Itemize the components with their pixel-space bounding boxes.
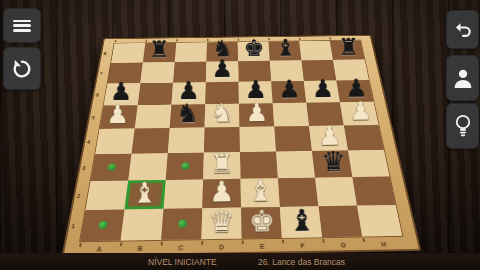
square-e8[interactable]: ♚	[238, 42, 270, 62]
square-e7[interactable]	[238, 61, 271, 82]
black-bishop-f1: ♝	[288, 206, 315, 236]
square-d2[interactable]: ♟	[202, 179, 241, 208]
square-e3[interactable]	[240, 151, 278, 178]
square-d5[interactable]: ♞	[205, 104, 240, 128]
white-king-e1: ♚	[248, 207, 275, 237]
status-bar: NÍVEL INICIANTE 26. Lance das Brancas	[0, 253, 480, 270]
hint-button[interactable]	[446, 103, 479, 149]
rank-label-8: 8	[102, 44, 109, 63]
square-f5[interactable]	[273, 103, 309, 127]
square-g7[interactable]	[301, 60, 336, 81]
square-d8[interactable]: ♞	[206, 42, 238, 62]
square-c8[interactable]	[175, 42, 207, 62]
square-f1[interactable]: ♝	[280, 206, 322, 238]
undo-arrow-icon	[453, 20, 473, 40]
hint-dot-c3[interactable]	[181, 162, 189, 169]
square-e5[interactable]: ♟	[239, 103, 274, 127]
menu-button[interactable]	[3, 8, 41, 43]
hamburger-icon	[13, 20, 31, 32]
square-d3[interactable]: ♜	[203, 152, 240, 179]
square-f4[interactable]	[274, 126, 312, 151]
level-label: NÍVEL INICIANTE	[148, 257, 217, 267]
white-knight-d5: ♞	[210, 100, 233, 126]
square-f2[interactable]	[278, 178, 319, 207]
square-g5[interactable]	[306, 102, 343, 126]
square-e1[interactable]: ♚	[241, 207, 282, 239]
square-h3[interactable]	[348, 150, 390, 177]
black-pawn-d7: ♟	[211, 57, 233, 81]
square-b8[interactable]: ♜	[143, 43, 176, 63]
rank-label-2: 2	[74, 181, 83, 210]
square-f3[interactable]	[276, 151, 315, 178]
file-label-g: G	[323, 241, 364, 248]
rank-label-5: 5	[89, 106, 97, 130]
square-d4[interactable]	[204, 127, 240, 153]
hint-dot-c1[interactable]	[177, 220, 186, 228]
white-rook-d3: ♜	[209, 150, 234, 178]
lightbulb-icon	[454, 114, 472, 138]
black-pawn-f6: ♟	[278, 77, 301, 102]
square-g6[interactable]: ♟	[304, 80, 340, 102]
square-c2[interactable]	[163, 179, 203, 208]
square-c4[interactable]	[168, 128, 205, 154]
square-c5[interactable]: ♞	[170, 104, 206, 128]
white-pawn-h5: ♟	[349, 98, 372, 124]
square-c3[interactable]	[166, 153, 204, 180]
white-pawn-g4: ♟	[317, 123, 341, 150]
square-h4[interactable]	[344, 125, 384, 150]
rank-label-4: 4	[85, 129, 93, 154]
square-h5[interactable]: ♟	[340, 102, 379, 126]
square-d1[interactable]: ♛	[201, 208, 241, 240]
white-pawn-a5: ♟	[106, 102, 129, 128]
player-icon	[453, 67, 473, 89]
white-pawn-e5: ♟	[245, 100, 268, 126]
square-f8[interactable]: ♝	[268, 41, 301, 61]
square-a5[interactable]: ♟	[100, 105, 138, 129]
board-grid: ♜♞♚♝♜♟♟♟♟♟♟♟♟♞♞♟♟♟♜♛♝♟♝♛♚♝	[80, 40, 402, 241]
square-f7[interactable]	[270, 60, 304, 81]
square-c6[interactable]: ♟	[171, 82, 205, 104]
square-h6[interactable]: ♟	[336, 80, 373, 102]
square-h7[interactable]	[333, 60, 369, 81]
square-b3[interactable]	[128, 153, 168, 180]
square-g3[interactable]: ♛	[312, 150, 352, 177]
chessboard: ♜♞♚♝♜♟♟♟♟♟♟♟♟♞♞♟♟♟♜♛♝♟♝♛♚♝ 87654321 ABCD…	[62, 6, 418, 254]
black-queen-g3: ♛	[321, 148, 346, 176]
square-d7[interactable]: ♟	[206, 61, 239, 82]
square-b1[interactable]	[121, 209, 164, 241]
square-a7[interactable]	[108, 63, 143, 84]
square-a3[interactable]	[91, 154, 132, 181]
square-a8[interactable]	[111, 43, 145, 63]
square-a6[interactable]: ♟	[104, 83, 141, 105]
square-g4[interactable]: ♟	[309, 126, 348, 151]
square-h8[interactable]: ♜	[330, 40, 365, 60]
square-b7[interactable]	[140, 62, 174, 83]
rotate-button[interactable]	[3, 47, 41, 90]
square-g1[interactable]	[318, 206, 362, 238]
square-h2[interactable]	[352, 176, 395, 205]
undo-button[interactable]	[446, 10, 479, 49]
square-a4[interactable]	[95, 129, 134, 155]
white-bishop-e2: ♝	[247, 177, 273, 206]
rank-label-3: 3	[80, 154, 89, 181]
square-c1[interactable]	[161, 208, 202, 240]
hint-dot-a3[interactable]	[107, 164, 116, 171]
square-e4[interactable]	[239, 127, 276, 152]
players-button[interactable]	[446, 55, 479, 101]
square-h1[interactable]	[357, 205, 402, 236]
black-pawn-c6: ♟	[177, 78, 199, 103]
board-frame: ♜♞♚♝♜♟♟♟♟♟♟♟♟♞♞♟♟♟♜♛♝♟♝♛♚♝ 87654321 ABCD…	[61, 35, 421, 257]
rank-label-6: 6	[94, 84, 101, 106]
black-pawn-e6: ♟	[244, 78, 266, 103]
selected-square-b2[interactable]: ♝	[125, 180, 166, 209]
hint-dot-a1[interactable]	[98, 221, 108, 229]
app-root: { "game": "chess", "app": { "level_label…	[0, 0, 480, 270]
black-pawn-g6: ♟	[311, 77, 334, 102]
black-knight-c5: ♞	[176, 101, 199, 127]
white-bishop-b2: ♝	[131, 179, 157, 208]
square-b4[interactable]	[132, 128, 170, 154]
square-c7[interactable]	[173, 62, 206, 83]
square-d6[interactable]	[205, 82, 239, 104]
white-pawn-d2: ♟	[209, 178, 235, 207]
move-label: 26. Lance das Brancas	[258, 257, 345, 267]
black-pawn-a6: ♟	[110, 79, 132, 104]
white-queen-d1: ♛	[208, 207, 235, 237]
square-b5[interactable]	[135, 105, 172, 129]
square-g8[interactable]	[299, 41, 333, 61]
square-a2[interactable]	[86, 181, 129, 211]
square-e6[interactable]: ♟	[239, 81, 273, 103]
square-e2[interactable]: ♝	[240, 178, 279, 207]
square-g2[interactable]	[315, 177, 357, 206]
black-pawn-h6: ♟	[345, 76, 368, 101]
square-b6[interactable]	[138, 83, 174, 105]
square-f6[interactable]: ♟	[271, 81, 306, 103]
square-a1[interactable]	[80, 209, 124, 241]
rotate-icon	[11, 58, 33, 80]
rank-label-7: 7	[98, 63, 105, 84]
rank-label-1: 1	[68, 210, 78, 241]
